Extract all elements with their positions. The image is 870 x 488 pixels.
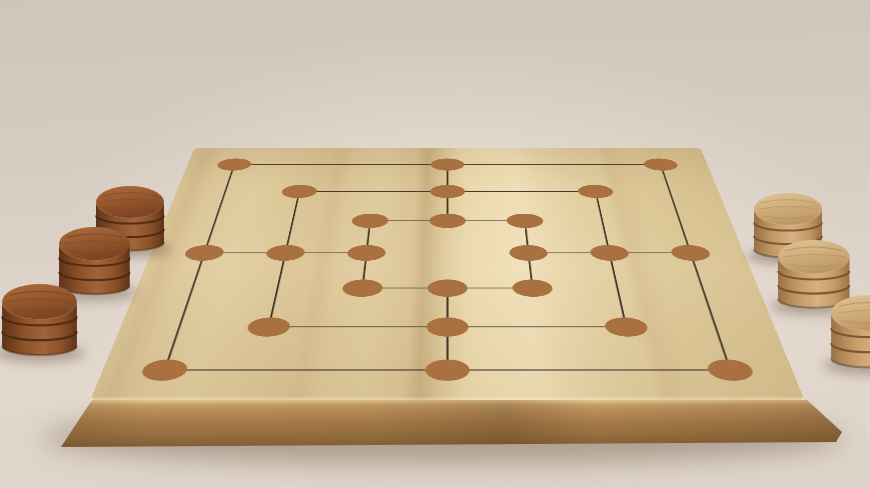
point-c5[interactable]	[351, 214, 389, 228]
point-b6[interactable]	[280, 185, 318, 198]
point-b4[interactable]	[264, 245, 306, 261]
point-e5[interactable]	[506, 214, 544, 228]
morris-board	[90, 148, 805, 401]
board-surface	[90, 148, 805, 401]
point-b2[interactable]	[245, 317, 291, 336]
point-c4[interactable]	[346, 245, 386, 261]
point-a7[interactable]	[215, 158, 253, 170]
dark-discs	[1, 283, 78, 358]
board-front-edge	[55, 400, 847, 450]
point-f4[interactable]	[589, 245, 631, 261]
point-a4[interactable]	[182, 245, 225, 261]
point-g1[interactable]	[705, 359, 757, 380]
point-d7[interactable]	[431, 158, 465, 170]
point-c3[interactable]	[341, 279, 383, 296]
point-d2[interactable]	[426, 317, 469, 336]
light-piece-stack[interactable]	[830, 294, 870, 371]
morris-board-photo-scene	[0, 0, 870, 488]
point-f2[interactable]	[603, 317, 649, 336]
point-d5[interactable]	[429, 214, 466, 228]
point-e4[interactable]	[509, 245, 549, 261]
point-d1[interactable]	[425, 359, 470, 380]
point-d3[interactable]	[427, 279, 467, 296]
point-g7[interactable]	[642, 158, 680, 170]
point-e3[interactable]	[512, 279, 554, 296]
inner-square-line	[363, 221, 533, 288]
point-f6[interactable]	[577, 185, 615, 198]
dark-piece-stack[interactable]	[1, 283, 78, 358]
light-discs	[830, 294, 870, 371]
point-a1[interactable]	[139, 359, 191, 380]
board-lines	[90, 148, 805, 401]
point-d6[interactable]	[430, 185, 465, 198]
point-g4[interactable]	[669, 245, 712, 261]
